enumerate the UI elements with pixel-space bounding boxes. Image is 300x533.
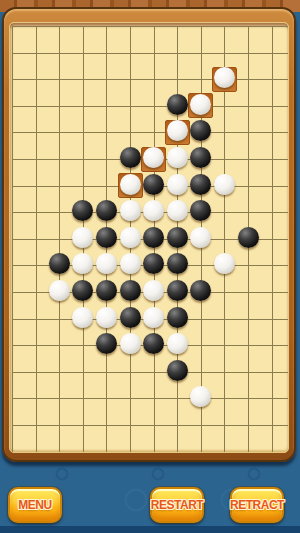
- stone-glyph: ●: [55, 257, 63, 270]
- stone-glyph: ○: [150, 284, 158, 297]
- restart-button[interactable]: RESTART: [150, 487, 204, 523]
- white-stone: ○: [120, 200, 141, 221]
- white-stone: ○: [143, 200, 164, 221]
- black-stone: ●: [190, 200, 211, 221]
- stone-glyph: ●: [150, 337, 158, 350]
- black-stone: ●: [190, 280, 211, 301]
- stone-glyph: ●: [197, 204, 205, 217]
- stone-glyph: ●: [173, 311, 181, 324]
- game-screen: ○●○○●●○○●○●○●○●●○○○●○●○●●○●●○○○●●○○●●●○●…: [0, 0, 300, 533]
- stone-glyph: ○: [150, 151, 158, 164]
- black-stone: ●: [120, 280, 141, 301]
- stone-glyph: ○: [173, 204, 181, 217]
- grid-line-horizontal: [12, 452, 289, 453]
- bottom-band: [0, 526, 300, 533]
- stone-glyph: ●: [197, 151, 205, 164]
- stone-glyph: ●: [102, 337, 110, 350]
- stone-glyph: ●: [150, 257, 158, 270]
- gomoku-board[interactable]: ○●○○●●○○●○●○●○●●○○○●○●○●●○●●○○○●●○○●●●○●…: [12, 26, 289, 452]
- black-stone: ●: [49, 253, 70, 274]
- black-stone: ●: [120, 307, 141, 328]
- grid-line-horizontal: [12, 53, 289, 54]
- stone-glyph: ●: [102, 204, 110, 217]
- white-stone: ○: [167, 147, 188, 168]
- stone-glyph: ●: [102, 231, 110, 244]
- stone-glyph: ●: [173, 364, 181, 377]
- white-stone: ○: [49, 280, 70, 301]
- stone-glyph: ○: [173, 124, 181, 137]
- black-stone: ●: [167, 280, 188, 301]
- stone-glyph: ○: [79, 231, 87, 244]
- black-stone: ●: [96, 280, 117, 301]
- white-stone: ○: [214, 174, 235, 195]
- stone-glyph: ○: [220, 178, 228, 191]
- black-stone: ●: [96, 200, 117, 221]
- grid-line-horizontal: [12, 425, 289, 426]
- white-stone: ○: [214, 253, 235, 274]
- stone-glyph: ○: [150, 311, 158, 324]
- white-stone: ○: [190, 94, 211, 115]
- white-stone: ○: [120, 174, 141, 195]
- white-stone: ○: [214, 67, 235, 88]
- restart-button-label: RESTART: [151, 498, 203, 512]
- stone-glyph: ○: [197, 98, 205, 111]
- stone-glyph: ○: [173, 151, 181, 164]
- grid-line-horizontal: [12, 372, 289, 373]
- black-stone: ●: [143, 253, 164, 274]
- stone-glyph: ●: [197, 124, 205, 137]
- stone-glyph: ●: [197, 284, 205, 297]
- black-stone: ●: [190, 174, 211, 195]
- stone-glyph: ○: [126, 231, 134, 244]
- menu-button-label: MENU: [18, 498, 51, 512]
- black-stone: ●: [167, 307, 188, 328]
- white-stone: ○: [167, 120, 188, 141]
- black-stone: ●: [167, 94, 188, 115]
- stone-glyph: ●: [126, 151, 134, 164]
- white-stone: ○: [96, 307, 117, 328]
- white-stone: ○: [120, 333, 141, 354]
- stone-glyph: ●: [126, 284, 134, 297]
- stone-glyph: ○: [126, 337, 134, 350]
- stone-glyph: ●: [79, 204, 87, 217]
- white-stone: ○: [143, 280, 164, 301]
- black-stone: ●: [167, 360, 188, 381]
- retract-button-label: RETRACT: [230, 498, 284, 512]
- stone-glyph: ○: [197, 390, 205, 403]
- white-stone: ○: [96, 253, 117, 274]
- stone-glyph: ○: [220, 71, 228, 84]
- white-stone: ○: [72, 227, 93, 248]
- grid-line-horizontal: [12, 26, 289, 27]
- stone-glyph: ○: [126, 257, 134, 270]
- menu-button[interactable]: MENU: [8, 487, 62, 523]
- stone-glyph: ●: [197, 178, 205, 191]
- black-stone: ●: [72, 280, 93, 301]
- stone-glyph: ●: [79, 284, 87, 297]
- white-stone: ○: [167, 174, 188, 195]
- retract-button[interactable]: RETRACT: [230, 487, 284, 523]
- black-stone: ●: [96, 333, 117, 354]
- stone-glyph: ●: [173, 257, 181, 270]
- grid-line-horizontal: [12, 106, 289, 107]
- black-stone: ●: [190, 147, 211, 168]
- stone-glyph: ○: [79, 257, 87, 270]
- black-stone: ●: [143, 227, 164, 248]
- stone-glyph: ●: [173, 231, 181, 244]
- grid-line-horizontal: [12, 79, 289, 80]
- white-stone: ○: [120, 227, 141, 248]
- stone-glyph: ●: [173, 98, 181, 111]
- grid-line-horizontal: [12, 398, 289, 399]
- black-stone: ●: [143, 174, 164, 195]
- stone-glyph: ●: [150, 178, 158, 191]
- white-stone: ○: [190, 227, 211, 248]
- black-stone: ●: [167, 253, 188, 274]
- black-stone: ●: [120, 147, 141, 168]
- board-frame: ○●○○●●○○●○●○●○●●○○○●○●○●●○●●○○○●●○○●●●○●…: [2, 7, 296, 462]
- stone-glyph: ○: [150, 204, 158, 217]
- stone-glyph: ●: [102, 284, 110, 297]
- black-stone: ●: [190, 120, 211, 141]
- white-stone: ○: [72, 307, 93, 328]
- white-stone: ○: [143, 307, 164, 328]
- stone-glyph: ●: [244, 231, 252, 244]
- stone-glyph: ○: [126, 204, 134, 217]
- stone-glyph: ●: [173, 284, 181, 297]
- stone-glyph: ○: [102, 257, 110, 270]
- black-stone: ●: [72, 200, 93, 221]
- grid-line-horizontal: [12, 132, 289, 133]
- stone-glyph: ●: [150, 231, 158, 244]
- black-stone: ●: [167, 227, 188, 248]
- stone-glyph: ○: [197, 231, 205, 244]
- stone-glyph: ○: [55, 284, 63, 297]
- black-stone: ●: [96, 227, 117, 248]
- white-stone: ○: [72, 253, 93, 274]
- white-stone: ○: [143, 147, 164, 168]
- white-stone: ○: [190, 386, 211, 407]
- stone-glyph: ○: [102, 311, 110, 324]
- black-stone: ●: [238, 227, 259, 248]
- white-stone: ○: [167, 333, 188, 354]
- black-stone: ●: [143, 333, 164, 354]
- stone-glyph: ○: [79, 311, 87, 324]
- board-surface: ○●○○●●○○●○●○●○●●○○○●○●○●●○●●○○○●●○○●●●○●…: [9, 22, 289, 453]
- stone-glyph: ○: [173, 178, 181, 191]
- stone-glyph: ○: [126, 178, 134, 191]
- stone-glyph: ●: [126, 311, 134, 324]
- white-stone: ○: [120, 253, 141, 274]
- stone-glyph: ○: [173, 337, 181, 350]
- stone-glyph: ○: [220, 257, 228, 270]
- white-stone: ○: [167, 200, 188, 221]
